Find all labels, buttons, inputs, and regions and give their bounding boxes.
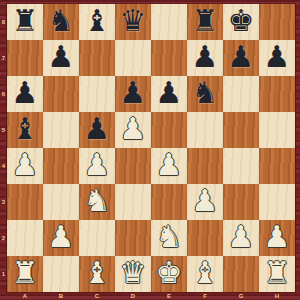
- piece-white-pawn-b2[interactable]: ♟: [48, 219, 75, 255]
- square-h3[interactable]: [259, 184, 295, 220]
- rank-label-8: 8: [0, 4, 7, 40]
- square-c8[interactable]: ♝: [79, 4, 115, 40]
- square-g8[interactable]: ♚: [223, 4, 259, 40]
- piece-black-pawn-c5[interactable]: ♟: [84, 111, 111, 147]
- rank-label-6: 6: [0, 76, 7, 112]
- square-g7[interactable]: ♟: [223, 40, 259, 76]
- piece-white-rook-a1[interactable]: ♜: [12, 255, 39, 291]
- square-d7[interactable]: [115, 40, 151, 76]
- piece-black-pawn-a6[interactable]: ♟: [12, 75, 39, 111]
- square-a1[interactable]: ♜: [7, 256, 43, 292]
- piece-white-knight-e2[interactable]: ♞: [156, 219, 183, 255]
- square-d4[interactable]: [115, 148, 151, 184]
- piece-white-bishop-c1[interactable]: ♝: [84, 255, 111, 291]
- square-d1[interactable]: ♛: [115, 256, 151, 292]
- rank-labels: 87654321: [0, 4, 7, 292]
- square-b8[interactable]: ♞: [43, 4, 79, 40]
- square-e2[interactable]: ♞: [151, 220, 187, 256]
- piece-white-queen-d1[interactable]: ♛: [120, 255, 147, 291]
- square-a5[interactable]: ♝: [7, 112, 43, 148]
- square-a2[interactable]: [7, 220, 43, 256]
- square-d2[interactable]: [115, 220, 151, 256]
- square-c1[interactable]: ♝: [79, 256, 115, 292]
- square-e1[interactable]: ♚: [151, 256, 187, 292]
- square-c4[interactable]: ♟: [79, 148, 115, 184]
- piece-white-pawn-h2[interactable]: ♟: [264, 219, 291, 255]
- piece-black-king-g8[interactable]: ♚: [228, 3, 255, 39]
- square-a6[interactable]: ♟: [7, 76, 43, 112]
- file-label-g: G: [223, 292, 259, 300]
- piece-black-queen-d8[interactable]: ♛: [120, 3, 147, 39]
- square-h8[interactable]: [259, 4, 295, 40]
- square-a3[interactable]: [7, 184, 43, 220]
- square-e5[interactable]: [151, 112, 187, 148]
- piece-white-pawn-f3[interactable]: ♟: [192, 183, 219, 219]
- piece-white-pawn-c4[interactable]: ♟: [84, 147, 111, 183]
- square-b6[interactable]: [43, 76, 79, 112]
- rank-label-5: 5: [0, 112, 7, 148]
- file-label-b: B: [43, 292, 79, 300]
- square-g3[interactable]: [223, 184, 259, 220]
- piece-black-pawn-h7[interactable]: ♟: [264, 39, 291, 75]
- square-a4[interactable]: ♟: [7, 148, 43, 184]
- piece-black-pawn-e6[interactable]: ♟: [156, 75, 183, 111]
- square-b5[interactable]: [43, 112, 79, 148]
- square-a7[interactable]: [7, 40, 43, 76]
- chess-board-frame: ♜♞♝♛♜♚♟♟♟♟♟♟♟♞♝♟♟♟♟♟♞♟♟♞♟♟♜♝♛♚♝♜ 8765432…: [0, 0, 300, 300]
- square-f2[interactable]: [187, 220, 223, 256]
- rank-label-7: 7: [0, 40, 7, 76]
- chess-board: ♜♞♝♛♜♚♟♟♟♟♟♟♟♞♝♟♟♟♟♟♞♟♟♞♟♟♜♝♛♚♝♜: [7, 4, 295, 292]
- square-c6[interactable]: [79, 76, 115, 112]
- square-a8[interactable]: ♜: [7, 4, 43, 40]
- piece-white-pawn-e4[interactable]: ♟: [156, 147, 183, 183]
- square-f3[interactable]: ♟: [187, 184, 223, 220]
- square-d3[interactable]: [115, 184, 151, 220]
- square-e4[interactable]: ♟: [151, 148, 187, 184]
- piece-white-rook-h1[interactable]: ♜: [264, 255, 291, 291]
- square-f6[interactable]: ♞: [187, 76, 223, 112]
- piece-black-bishop-c8[interactable]: ♝: [84, 3, 111, 39]
- rank-label-3: 3: [0, 184, 7, 220]
- piece-white-king-e1[interactable]: ♚: [156, 255, 183, 291]
- square-f5[interactable]: [187, 112, 223, 148]
- square-h6[interactable]: [259, 76, 295, 112]
- square-f7[interactable]: ♟: [187, 40, 223, 76]
- square-g5[interactable]: [223, 112, 259, 148]
- square-b4[interactable]: [43, 148, 79, 184]
- file-label-c: C: [79, 292, 115, 300]
- square-e8[interactable]: [151, 4, 187, 40]
- rank-label-2: 2: [0, 220, 7, 256]
- square-h4[interactable]: [259, 148, 295, 184]
- square-e3[interactable]: [151, 184, 187, 220]
- square-c5[interactable]: ♟: [79, 112, 115, 148]
- piece-black-pawn-g7[interactable]: ♟: [228, 39, 255, 75]
- piece-black-knight-f6[interactable]: ♞: [192, 75, 219, 111]
- piece-white-pawn-a4[interactable]: ♟: [12, 147, 39, 183]
- square-d5[interactable]: ♟: [115, 112, 151, 148]
- square-f1[interactable]: ♝: [187, 256, 223, 292]
- square-h7[interactable]: ♟: [259, 40, 295, 76]
- square-g1[interactable]: [223, 256, 259, 292]
- piece-white-pawn-g2[interactable]: ♟: [228, 219, 255, 255]
- rank-label-4: 4: [0, 148, 7, 184]
- square-d6[interactable]: ♟: [115, 76, 151, 112]
- file-labels: ABCDEFGH: [7, 292, 295, 300]
- square-b1[interactable]: [43, 256, 79, 292]
- piece-black-pawn-b7[interactable]: ♟: [48, 39, 75, 75]
- piece-black-pawn-d6[interactable]: ♟: [120, 75, 147, 111]
- square-b2[interactable]: ♟: [43, 220, 79, 256]
- square-c7[interactable]: [79, 40, 115, 76]
- square-c3[interactable]: ♞: [79, 184, 115, 220]
- piece-white-pawn-d5[interactable]: ♟: [120, 111, 147, 147]
- file-label-h: H: [259, 292, 295, 300]
- square-h2[interactable]: ♟: [259, 220, 295, 256]
- square-f8[interactable]: ♜: [187, 4, 223, 40]
- file-label-f: F: [187, 292, 223, 300]
- square-d8[interactable]: ♛: [115, 4, 151, 40]
- piece-black-pawn-f7[interactable]: ♟: [192, 39, 219, 75]
- piece-white-bishop-f1[interactable]: ♝: [192, 255, 219, 291]
- piece-black-rook-f8[interactable]: ♜: [192, 3, 219, 39]
- square-f4[interactable]: [187, 148, 223, 184]
- square-g6[interactable]: [223, 76, 259, 112]
- square-h5[interactable]: [259, 112, 295, 148]
- square-e7[interactable]: [151, 40, 187, 76]
- square-b3[interactable]: [43, 184, 79, 220]
- square-b7[interactable]: ♟: [43, 40, 79, 76]
- piece-black-bishop-a5[interactable]: ♝: [12, 111, 39, 147]
- square-c2[interactable]: [79, 220, 115, 256]
- file-label-a: A: [7, 292, 43, 300]
- file-label-d: D: [115, 292, 151, 300]
- square-e6[interactable]: ♟: [151, 76, 187, 112]
- piece-black-knight-b8[interactable]: ♞: [48, 3, 75, 39]
- rank-label-1: 1: [0, 256, 7, 292]
- square-g2[interactable]: ♟: [223, 220, 259, 256]
- file-label-e: E: [151, 292, 187, 300]
- piece-white-knight-c3[interactable]: ♞: [84, 183, 111, 219]
- square-g4[interactable]: [223, 148, 259, 184]
- square-h1[interactable]: ♜: [259, 256, 295, 292]
- piece-black-rook-a8[interactable]: ♜: [12, 3, 39, 39]
